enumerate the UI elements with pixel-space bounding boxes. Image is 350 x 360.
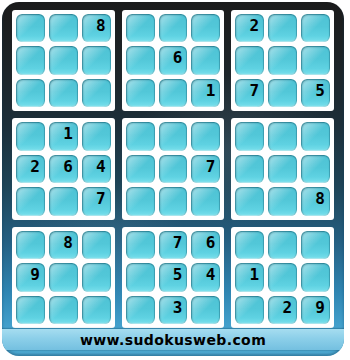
cell-r6c3: 7 — [82, 187, 111, 215]
cell-r4c4[interactable] — [126, 122, 155, 150]
cell-r4c1[interactable] — [16, 122, 45, 150]
cell-r2c2[interactable] — [49, 46, 78, 74]
cell-r6c4[interactable] — [126, 187, 155, 215]
cell-r7c1[interactable] — [16, 231, 45, 259]
cell-r5c8[interactable] — [268, 155, 297, 183]
cell-r9c8: 2 — [268, 296, 297, 324]
cell-r9c2[interactable] — [49, 296, 78, 324]
cell-r2c5: 6 — [159, 46, 188, 74]
cell-r6c7[interactable] — [235, 187, 264, 215]
cell-r7c9[interactable] — [301, 231, 330, 259]
cell-r4c8[interactable] — [268, 122, 297, 150]
cell-r4c6[interactable] — [191, 122, 220, 150]
cell-r8c1: 9 — [16, 263, 45, 291]
box-r3c3: 129 — [231, 227, 334, 328]
cell-r5c2: 6 — [49, 155, 78, 183]
cell-r1c3: 8 — [82, 14, 111, 42]
box-r1c2: 61 — [122, 10, 225, 111]
cell-r5c6: 7 — [191, 155, 220, 183]
cell-r2c8[interactable] — [268, 46, 297, 74]
cell-r5c9[interactable] — [301, 155, 330, 183]
cell-r6c1[interactable] — [16, 187, 45, 215]
cell-r8c8[interactable] — [268, 263, 297, 291]
page: 86127512647788976543129 www.sudokusweb.c… — [0, 0, 350, 360]
cell-r3c6: 1 — [191, 79, 220, 107]
cell-r5c7[interactable] — [235, 155, 264, 183]
cell-r2c6[interactable] — [191, 46, 220, 74]
cell-r1c9[interactable] — [301, 14, 330, 42]
cell-r8c4[interactable] — [126, 263, 155, 291]
cell-r6c5[interactable] — [159, 187, 188, 215]
cell-r5c5[interactable] — [159, 155, 188, 183]
cell-r9c9: 9 — [301, 296, 330, 324]
cell-r6c9: 8 — [301, 187, 330, 215]
cell-r8c3[interactable] — [82, 263, 111, 291]
cell-r4c5[interactable] — [159, 122, 188, 150]
cell-r8c5: 5 — [159, 263, 188, 291]
box-r2c1: 12647 — [12, 118, 115, 219]
cell-r9c5: 3 — [159, 296, 188, 324]
cell-r3c3[interactable] — [82, 79, 111, 107]
box-r2c2: 7 — [122, 118, 225, 219]
board-frame: 86127512647788976543129 www.sudokusweb.c… — [2, 2, 344, 356]
cell-r1c4[interactable] — [126, 14, 155, 42]
cell-r5c3: 4 — [82, 155, 111, 183]
cell-r7c6: 6 — [191, 231, 220, 259]
footer-bar: www.sudokusweb.com — [2, 329, 344, 350]
cell-r1c7: 2 — [235, 14, 264, 42]
site-url: www.sudokusweb.com — [80, 332, 266, 348]
cell-r7c7[interactable] — [235, 231, 264, 259]
cell-r6c2[interactable] — [49, 187, 78, 215]
cell-r4c2: 1 — [49, 122, 78, 150]
cell-r8c7: 1 — [235, 263, 264, 291]
cell-r4c7[interactable] — [235, 122, 264, 150]
cell-r9c3[interactable] — [82, 296, 111, 324]
box-r1c1: 8 — [12, 10, 115, 111]
cell-r1c2[interactable] — [49, 14, 78, 42]
cell-r4c3[interactable] — [82, 122, 111, 150]
cell-r7c3[interactable] — [82, 231, 111, 259]
cell-r1c8[interactable] — [268, 14, 297, 42]
cell-r9c6[interactable] — [191, 296, 220, 324]
cell-r7c5: 7 — [159, 231, 188, 259]
cell-r6c8[interactable] — [268, 187, 297, 215]
box-r3c1: 89 — [12, 227, 115, 328]
cell-r7c2: 8 — [49, 231, 78, 259]
cell-r2c4[interactable] — [126, 46, 155, 74]
sudoku-board: 86127512647788976543129 — [12, 10, 334, 328]
cell-r2c7[interactable] — [235, 46, 264, 74]
cell-r8c6: 4 — [191, 263, 220, 291]
cell-r5c4[interactable] — [126, 155, 155, 183]
cell-r1c6[interactable] — [191, 14, 220, 42]
cell-r3c5[interactable] — [159, 79, 188, 107]
cell-r2c9[interactable] — [301, 46, 330, 74]
cell-r3c4[interactable] — [126, 79, 155, 107]
cell-r3c2[interactable] — [49, 79, 78, 107]
cell-r2c3[interactable] — [82, 46, 111, 74]
cell-r3c8[interactable] — [268, 79, 297, 107]
cell-r6c6[interactable] — [191, 187, 220, 215]
box-r3c2: 76543 — [122, 227, 225, 328]
box-r1c3: 275 — [231, 10, 334, 111]
cell-r8c2[interactable] — [49, 263, 78, 291]
box-r2c3: 8 — [231, 118, 334, 219]
cell-r9c1[interactable] — [16, 296, 45, 324]
cell-r3c1[interactable] — [16, 79, 45, 107]
cell-r2c1[interactable] — [16, 46, 45, 74]
cell-r8c9[interactable] — [301, 263, 330, 291]
cell-r3c9: 5 — [301, 79, 330, 107]
cell-r9c7[interactable] — [235, 296, 264, 324]
cell-r3c7: 7 — [235, 79, 264, 107]
cell-r1c5[interactable] — [159, 14, 188, 42]
cell-r1c1[interactable] — [16, 14, 45, 42]
cell-r4c9[interactable] — [301, 122, 330, 150]
cell-r9c4[interactable] — [126, 296, 155, 324]
cell-r5c1: 2 — [16, 155, 45, 183]
cell-r7c4[interactable] — [126, 231, 155, 259]
cell-r7c8[interactable] — [268, 231, 297, 259]
